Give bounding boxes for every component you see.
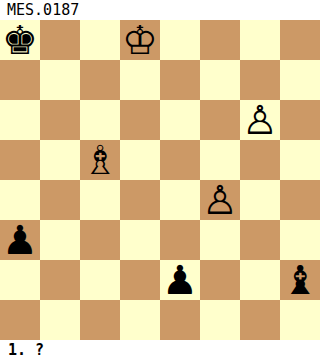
- square-d2[interactable]: [120, 260, 160, 300]
- square-b3[interactable]: [40, 220, 80, 260]
- square-c1[interactable]: [80, 300, 120, 340]
- square-h2[interactable]: ♝: [280, 260, 320, 300]
- square-c8[interactable]: [80, 20, 120, 60]
- black-pawn: ♟: [2, 220, 38, 260]
- square-h8[interactable]: [280, 20, 320, 60]
- square-g1[interactable]: [240, 300, 280, 340]
- white-king: ♔: [122, 20, 158, 60]
- square-a1[interactable]: [0, 300, 40, 340]
- square-d6[interactable]: [120, 100, 160, 140]
- square-g3[interactable]: [240, 220, 280, 260]
- square-f7[interactable]: [200, 60, 240, 100]
- square-a6[interactable]: [0, 100, 40, 140]
- square-c6[interactable]: [80, 100, 120, 140]
- square-d5[interactable]: [120, 140, 160, 180]
- black-pawn: ♟: [162, 260, 198, 300]
- square-b7[interactable]: [40, 60, 80, 100]
- square-g5[interactable]: [240, 140, 280, 180]
- square-e4[interactable]: [160, 180, 200, 220]
- square-c5[interactable]: ♗: [80, 140, 120, 180]
- black-king: ♚: [2, 20, 38, 60]
- square-a3[interactable]: ♟: [0, 220, 40, 260]
- square-d3[interactable]: [120, 220, 160, 260]
- square-f5[interactable]: [200, 140, 240, 180]
- square-b8[interactable]: [40, 20, 80, 60]
- square-h1[interactable]: [280, 300, 320, 340]
- black-bishop: ♝: [282, 260, 318, 300]
- square-c2[interactable]: [80, 260, 120, 300]
- square-a8[interactable]: ♚: [0, 20, 40, 60]
- square-a4[interactable]: [0, 180, 40, 220]
- square-g4[interactable]: [240, 180, 280, 220]
- square-g7[interactable]: [240, 60, 280, 100]
- square-h6[interactable]: [280, 100, 320, 140]
- chess-board: ♚♔♙♗♙♟♟♝: [0, 20, 320, 340]
- chess-diagram: MES.0187 ♚♔♙♗♙♟♟♝ 1. ?: [0, 0, 320, 360]
- square-g2[interactable]: [240, 260, 280, 300]
- square-e7[interactable]: [160, 60, 200, 100]
- square-d7[interactable]: [120, 60, 160, 100]
- square-g8[interactable]: [240, 20, 280, 60]
- square-b2[interactable]: [40, 260, 80, 300]
- square-h3[interactable]: [280, 220, 320, 260]
- square-c7[interactable]: [80, 60, 120, 100]
- square-c4[interactable]: [80, 180, 120, 220]
- square-e5[interactable]: [160, 140, 200, 180]
- square-e1[interactable]: [160, 300, 200, 340]
- square-b5[interactable]: [40, 140, 80, 180]
- diagram-footer: 1. ?: [0, 340, 320, 360]
- square-b1[interactable]: [40, 300, 80, 340]
- square-f3[interactable]: [200, 220, 240, 260]
- square-d1[interactable]: [120, 300, 160, 340]
- square-a5[interactable]: [0, 140, 40, 180]
- square-f2[interactable]: [200, 260, 240, 300]
- square-d8[interactable]: ♔: [120, 20, 160, 60]
- square-g6[interactable]: ♙: [240, 100, 280, 140]
- square-c3[interactable]: [80, 220, 120, 260]
- square-e6[interactable]: [160, 100, 200, 140]
- move-prompt: 1. ?: [0, 340, 44, 360]
- square-a7[interactable]: [0, 60, 40, 100]
- square-b4[interactable]: [40, 180, 80, 220]
- square-h5[interactable]: [280, 140, 320, 180]
- square-h4[interactable]: [280, 180, 320, 220]
- square-f8[interactable]: [200, 20, 240, 60]
- square-e8[interactable]: [160, 20, 200, 60]
- white-bishop: ♗: [82, 140, 118, 180]
- square-f4[interactable]: ♙: [200, 180, 240, 220]
- square-b6[interactable]: [40, 100, 80, 140]
- square-d4[interactable]: [120, 180, 160, 220]
- square-h7[interactable]: [280, 60, 320, 100]
- white-pawn: ♙: [202, 180, 238, 220]
- square-e3[interactable]: [160, 220, 200, 260]
- white-pawn: ♙: [242, 100, 278, 140]
- square-a2[interactable]: [0, 260, 40, 300]
- diagram-header: MES.0187: [0, 0, 320, 20]
- square-f6[interactable]: [200, 100, 240, 140]
- square-f1[interactable]: [200, 300, 240, 340]
- square-e2[interactable]: ♟: [160, 260, 200, 300]
